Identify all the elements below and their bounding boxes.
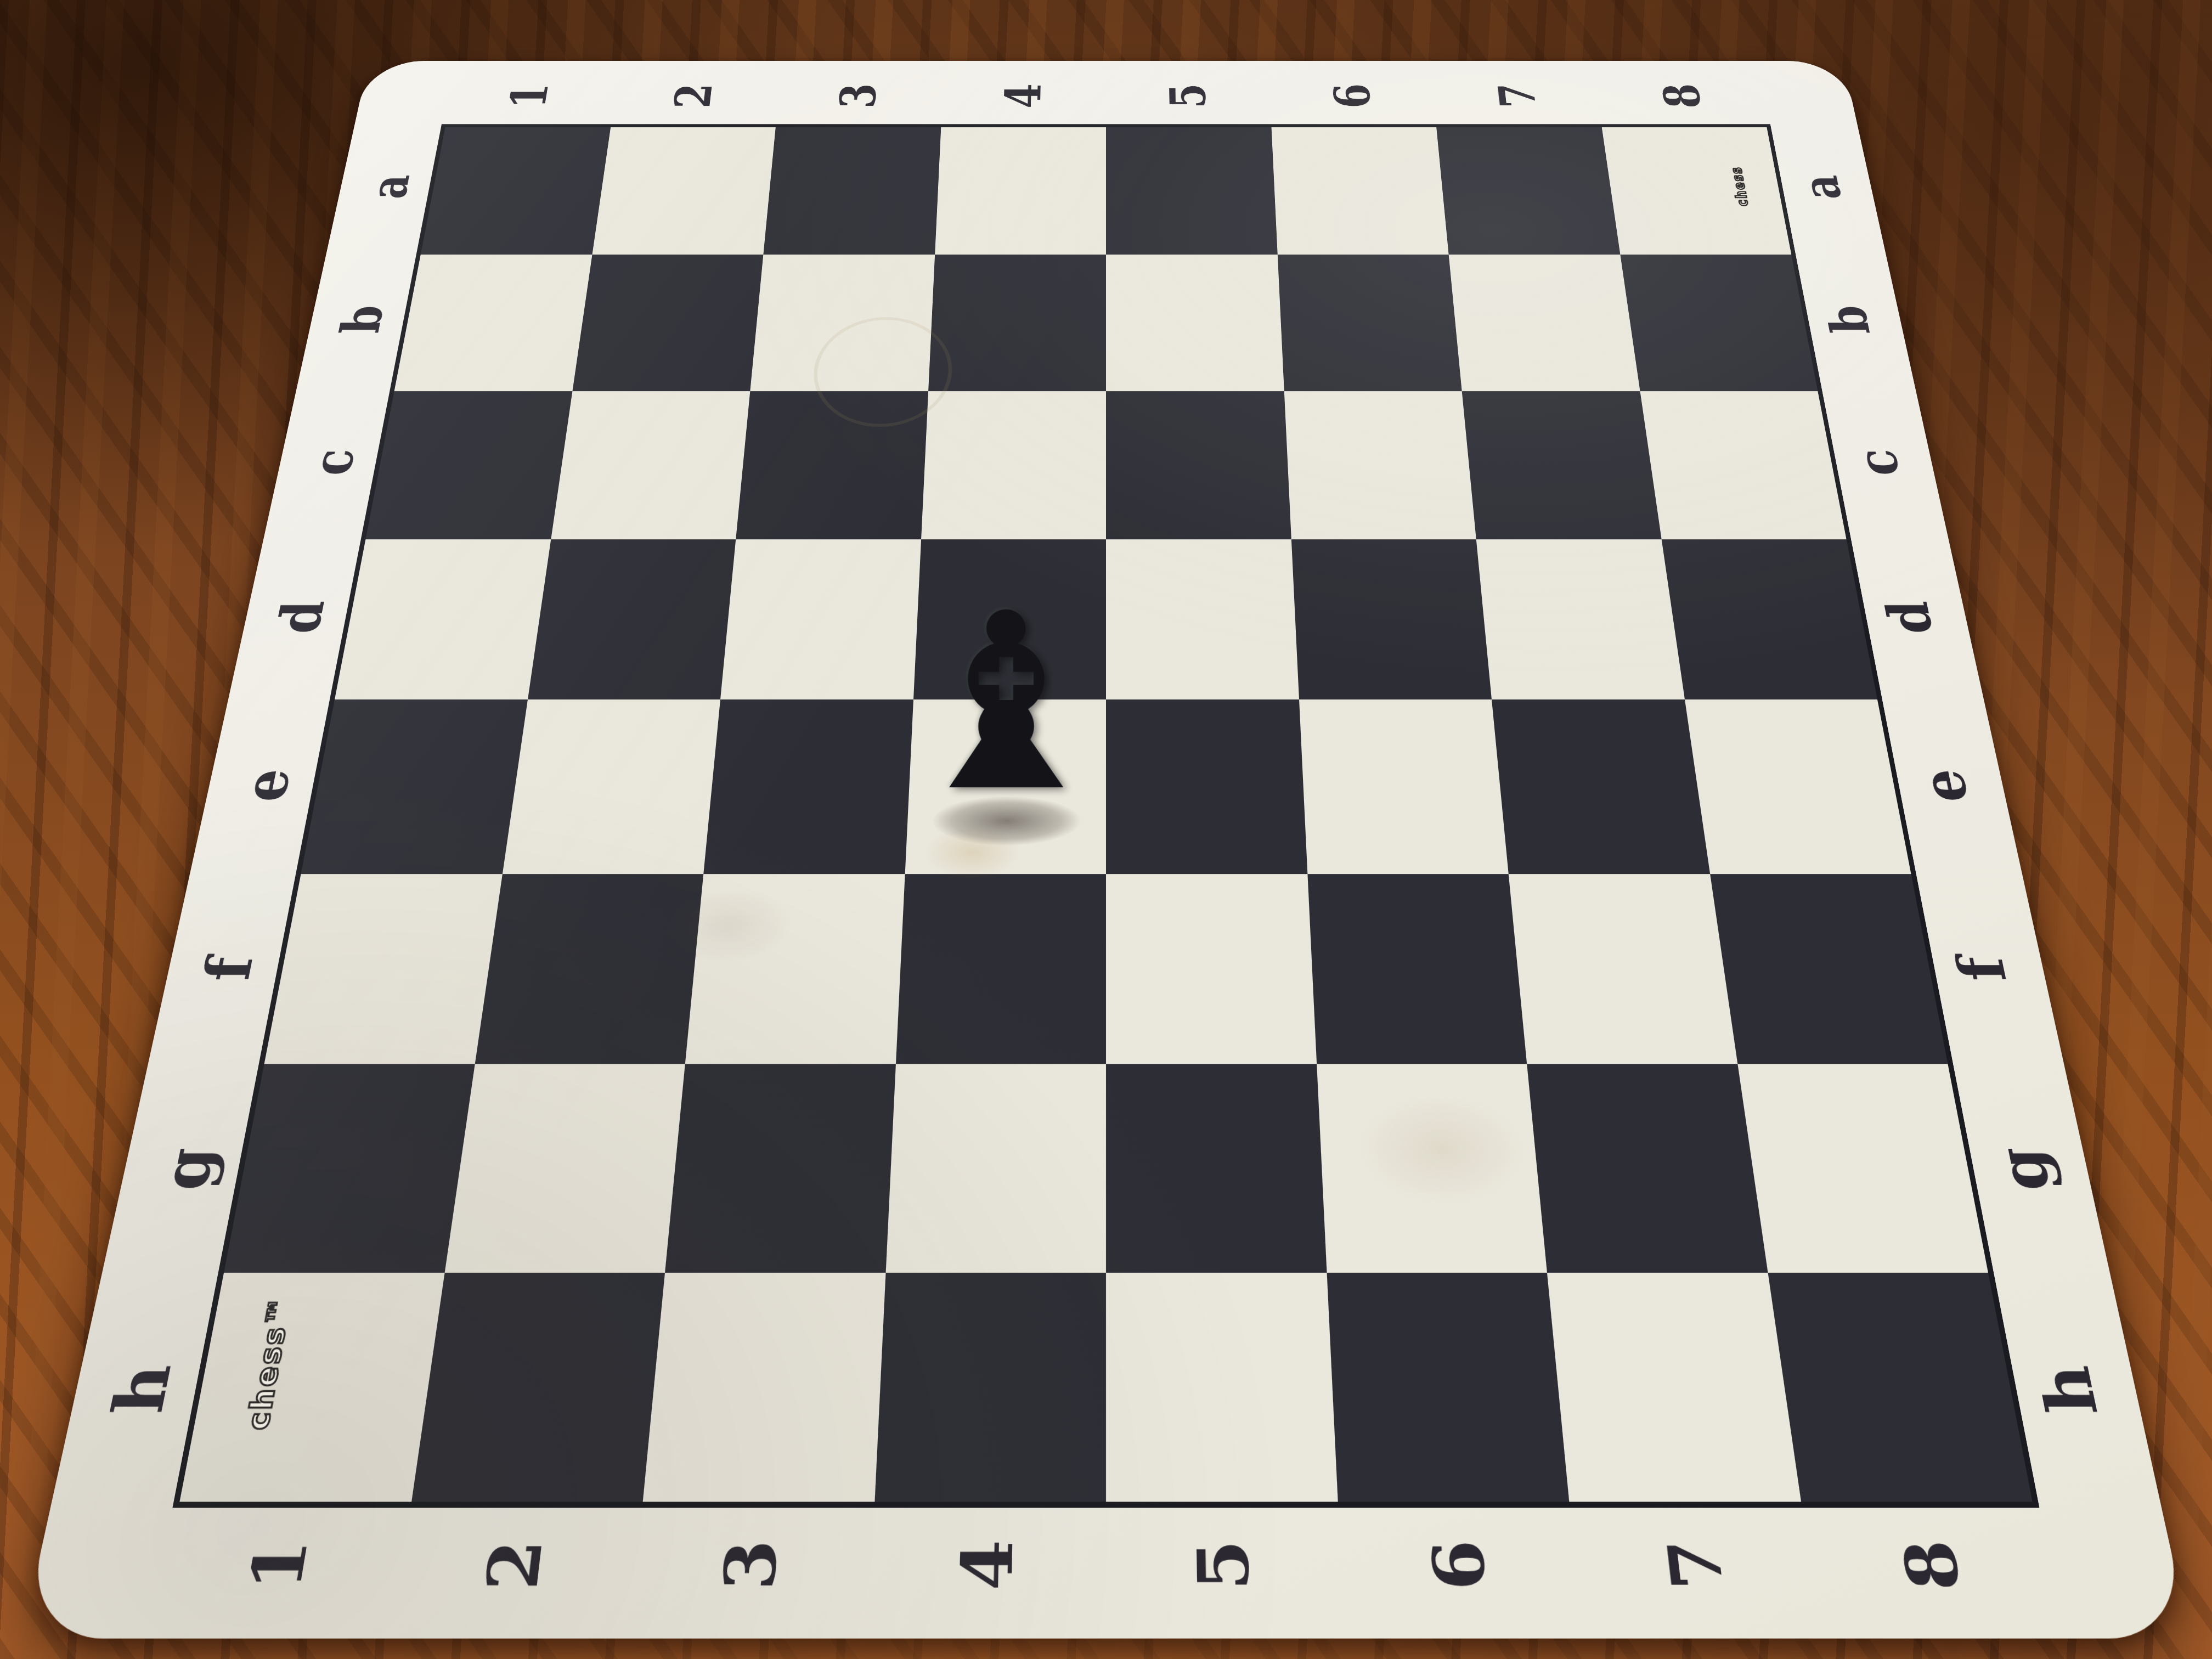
coord-label: c (1849, 449, 1908, 476)
square-e8 (1685, 699, 1911, 874)
square-e5 (1106, 699, 1307, 874)
square-e3 (703, 699, 913, 874)
square-f8 (1710, 874, 1948, 1064)
square-e6 (1299, 699, 1509, 874)
square-d3 (720, 539, 921, 699)
coord-label-cell: 4 (940, 70, 1106, 122)
coord-label-cell: 3 (774, 70, 943, 122)
square-f1 (264, 874, 503, 1064)
square-c1 (365, 391, 572, 539)
rank-labels-top: 12345678 (442, 70, 1770, 122)
square-a5 (1106, 127, 1277, 255)
square-a1 (421, 127, 611, 255)
square-f5 (1106, 874, 1317, 1064)
square-c6 (1284, 391, 1476, 539)
coord-label-cell: 3 (629, 1513, 873, 1618)
square-g5 (1106, 1064, 1327, 1272)
black-bishop: ♝ (904, 578, 1108, 827)
square-f7 (1509, 874, 1737, 1064)
coord-label: f (1950, 957, 2016, 981)
square-a7 (1436, 127, 1620, 255)
square-g3 (665, 1064, 895, 1272)
coord-label-cell: 7 (1433, 70, 1604, 122)
coord-label: 4 (952, 1539, 1023, 1590)
square-h1 (179, 1272, 444, 1502)
coord-label: b (1820, 305, 1878, 334)
square-h5 (1106, 1272, 1338, 1502)
square-d8 (1661, 539, 1877, 699)
photo-scene: 12345678 12345678 abcdefgh abcdefgh ches… (0, 0, 2212, 1659)
coord-label-cell: 1 (442, 70, 616, 122)
square-h6 (1327, 1272, 1569, 1502)
square-b8 (1620, 255, 1818, 392)
square-a6 (1271, 127, 1448, 255)
square-g4 (885, 1064, 1106, 1272)
coord-label: 2 (668, 83, 720, 108)
coord-label: f (196, 957, 262, 981)
coord-label: 6 (1424, 1539, 1497, 1590)
square-b7 (1449, 255, 1640, 392)
square-e2 (502, 699, 720, 874)
coord-label: e (1912, 769, 1978, 802)
coord-label-cell: 8 (1596, 70, 1770, 122)
square-g2 (444, 1064, 685, 1272)
square-h8 (1768, 1272, 2033, 1502)
coord-label: d (1879, 601, 1942, 634)
square-d1 (335, 539, 551, 699)
square-b4 (928, 255, 1106, 392)
rank-labels-bottom: 12345678 (151, 1513, 2061, 1618)
square-h7 (1547, 1272, 1801, 1502)
chess-mat: 12345678 12345678 abcdefgh abcdefgh ches… (22, 61, 2191, 1639)
coord-label-cell: 6 (1269, 70, 1438, 122)
square-d7 (1476, 539, 1685, 699)
square-b6 (1277, 255, 1462, 392)
square-d5 (1106, 539, 1299, 699)
coord-label: a (363, 174, 417, 199)
coord-label: g (151, 1148, 224, 1191)
coord-label: 3 (715, 1539, 788, 1590)
coord-label: e (234, 769, 300, 802)
square-f3 (685, 874, 905, 1064)
coord-label-cell: 2 (390, 1513, 639, 1618)
coord-label: 7 (1659, 1539, 1735, 1590)
coord-label: d (270, 601, 332, 634)
square-c5 (1106, 391, 1291, 539)
square-f6 (1307, 874, 1527, 1064)
square-h3 (643, 1272, 885, 1502)
coord-label-cell: 2 (608, 70, 779, 122)
square-a4 (935, 127, 1106, 255)
square-c4 (921, 391, 1106, 539)
coord-label-cell: 5 (1106, 1513, 1345, 1618)
square-e1 (301, 699, 528, 874)
square-b5 (1106, 255, 1284, 392)
coord-label: g (1988, 1148, 2060, 1191)
coord-label-cell: 6 (1340, 1513, 1584, 1618)
coord-label-cell: 5 (1106, 70, 1272, 122)
square-h4 (874, 1272, 1106, 1502)
coord-label-cell: 8 (1807, 1513, 2061, 1618)
coord-label: b (334, 305, 392, 334)
coord-label: 8 (1894, 1539, 1972, 1590)
square-b1 (394, 255, 592, 392)
coord-label: 5 (1189, 1539, 1260, 1590)
coord-label: h (104, 1365, 182, 1414)
coord-label: 3 (834, 83, 884, 108)
coord-label: 7 (1492, 83, 1544, 108)
coord-label: c (304, 449, 363, 476)
coord-label: 1 (503, 83, 556, 108)
coord-label: 4 (999, 83, 1048, 108)
coord-label-cell: 7 (1573, 1513, 1822, 1618)
coord-label: 8 (1656, 83, 1709, 108)
black-bishop-glyph: ♝ (896, 578, 1115, 827)
square-g8 (1737, 1064, 1988, 1272)
square-g1 (224, 1064, 475, 1272)
coord-label: h (2031, 1365, 2108, 1414)
square-a2 (592, 127, 776, 255)
square-f4 (895, 874, 1106, 1064)
square-d6 (1291, 539, 1492, 699)
square-a8 (1601, 127, 1791, 255)
coord-label: a (1795, 174, 1849, 199)
square-b2 (572, 255, 763, 392)
coord-label-cell: 1 (151, 1513, 405, 1618)
square-c2 (551, 391, 750, 539)
square-f2 (475, 874, 703, 1064)
square-d2 (528, 539, 736, 699)
coord-label: 1 (240, 1539, 318, 1590)
square-c3 (736, 391, 928, 539)
square-c8 (1640, 391, 1846, 539)
square-e7 (1492, 699, 1710, 874)
square-b3 (750, 255, 934, 392)
square-c7 (1462, 391, 1661, 539)
coord-label: 6 (1328, 83, 1379, 108)
coord-label-cell: 4 (867, 1513, 1106, 1618)
square-a3 (763, 127, 940, 255)
square-g7 (1527, 1064, 1768, 1272)
square-g6 (1317, 1064, 1547, 1272)
coord-label: 5 (1164, 83, 1213, 108)
square-h2 (411, 1272, 665, 1502)
coord-label: 2 (478, 1539, 554, 1590)
